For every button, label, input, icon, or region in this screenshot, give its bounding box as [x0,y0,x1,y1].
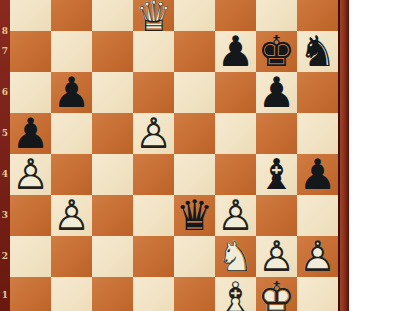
pawn-icon: ♙ [133,113,174,155]
pawn-icon: ♙ [297,236,338,278]
white-pawn-a4[interactable]: ♟♙ [10,154,51,195]
square-e4[interactable] [174,154,215,195]
black-pawn-f7[interactable]: ♟ [215,31,256,72]
square-e6[interactable] [174,72,215,113]
black-bishop-g4[interactable]: ♝ [256,154,297,195]
square-a5[interactable]: ♟ [10,113,51,154]
bishop-icon: ♝ [256,154,297,196]
square-d3[interactable] [133,195,174,236]
pawn-icon: ♙ [51,195,92,237]
pawn-icon: ♟ [133,113,174,155]
square-e3[interactable]: ♛ [174,195,215,236]
king-icon: ♔ [256,277,297,311]
square-h1[interactable] [297,277,338,311]
square-d4[interactable] [133,154,174,195]
pawn-icon: ♟ [297,236,338,278]
pawn-icon: ♙ [10,154,51,196]
square-c6[interactable] [92,72,133,113]
white-pawn-f3[interactable]: ♟♙ [215,195,256,236]
black-pawn-h4[interactable]: ♟ [297,154,338,195]
square-b5[interactable] [51,113,92,154]
pawn-icon: ♟ [10,113,51,155]
pawn-icon: ♙ [256,236,297,278]
knight-icon: ♞ [215,236,256,278]
square-h3[interactable] [297,195,338,236]
square-c8[interactable] [92,0,133,31]
square-e8[interactable] [174,0,215,31]
square-g2[interactable]: ♟♙ [256,236,297,277]
queen-icon: ♛ [174,195,215,237]
rank-label-2: 2 [0,251,10,261]
rank-label-6: 6 [0,87,10,97]
square-f3[interactable]: ♟♙ [215,195,256,236]
black-queen-e3[interactable]: ♛ [174,195,215,236]
black-pawn-g6[interactable]: ♟ [256,72,297,113]
square-h4[interactable]: ♟ [297,154,338,195]
knight-icon: ♘ [215,236,256,278]
square-f4[interactable] [215,154,256,195]
square-d1[interactable] [133,277,174,311]
black-knight-h7[interactable]: ♞ [297,31,338,72]
square-c7[interactable] [92,31,133,72]
pawn-icon: ♟ [10,154,51,196]
king-icon: ♚ [256,277,297,311]
square-h5[interactable] [297,113,338,154]
square-g1[interactable]: ♚♔ [256,277,297,311]
square-c3[interactable] [92,195,133,236]
page: ♛♕♟♚♞♟♟♟♟♙♟♙♝♟♟♙♛♟♙♞♘♟♙♟♙♝♗♚♔ 87654321 [0,0,414,311]
chess-board: ♛♕♟♚♞♟♟♟♟♙♟♙♝♟♟♙♛♟♙♞♘♟♙♟♙♝♗♚♔ 87654321 [0,0,349,311]
rank-label-8: 8 [0,26,10,36]
square-g4[interactable]: ♝ [256,154,297,195]
square-b6[interactable]: ♟ [51,72,92,113]
bishop-icon: ♗ [215,277,256,311]
square-c5[interactable] [92,113,133,154]
square-e7[interactable] [174,31,215,72]
king-icon: ♚ [256,31,297,73]
square-b1[interactable] [51,277,92,311]
square-a2[interactable] [10,236,51,277]
square-f5[interactable] [215,113,256,154]
square-b4[interactable] [51,154,92,195]
square-f7[interactable]: ♟ [215,31,256,72]
square-f8[interactable] [215,0,256,31]
square-a3[interactable] [10,195,51,236]
square-b2[interactable] [51,236,92,277]
white-pawn-g2[interactable]: ♟♙ [256,236,297,277]
square-f6[interactable] [215,72,256,113]
pawn-icon: ♟ [51,72,92,114]
square-d5[interactable]: ♟♙ [133,113,174,154]
white-bishop-f1[interactable]: ♝♗ [215,277,256,311]
white-king-g1[interactable]: ♚♔ [256,277,297,311]
rank-label-4: 4 [0,169,10,179]
square-a6[interactable] [10,72,51,113]
square-h2[interactable]: ♟♙ [297,236,338,277]
square-a1[interactable] [10,277,51,311]
rank-label-1: 1 [0,290,10,300]
square-d6[interactable] [133,72,174,113]
board-squares: ♛♕♟♚♞♟♟♟♟♙♟♙♝♟♟♙♛♟♙♞♘♟♙♟♙♝♗♚♔ [10,0,338,311]
pawn-icon: ♟ [51,195,92,237]
pawn-icon: ♙ [215,195,256,237]
square-e5[interactable] [174,113,215,154]
square-h6[interactable] [297,72,338,113]
square-e1[interactable] [174,277,215,311]
rank-label-rail: 87654321 [0,0,10,311]
board-frame-right-edge [338,0,349,311]
square-b7[interactable] [51,31,92,72]
white-pawn-h2[interactable]: ♟♙ [297,236,338,277]
pawn-icon: ♟ [256,72,297,114]
square-g3[interactable] [256,195,297,236]
square-f2[interactable]: ♞♘ [215,236,256,277]
knight-icon: ♞ [297,31,338,73]
square-e2[interactable] [174,236,215,277]
white-pawn-d5[interactable]: ♟♙ [133,113,174,154]
square-a7[interactable] [10,31,51,72]
square-d2[interactable] [133,236,174,277]
black-pawn-a5[interactable]: ♟ [10,113,51,154]
square-a8[interactable] [10,0,51,31]
rank-label-5: 5 [0,128,10,138]
square-b8[interactable] [51,0,92,31]
square-c4[interactable] [92,154,133,195]
white-queen-d8[interactable]: ♛♕ [133,0,174,31]
square-a4[interactable]: ♟♙ [10,154,51,195]
square-g8[interactable] [256,0,297,31]
pawn-icon: ♟ [215,195,256,237]
square-b3[interactable]: ♟♙ [51,195,92,236]
square-h8[interactable] [297,0,338,31]
black-king-g7[interactable]: ♚ [256,31,297,72]
square-g5[interactable] [256,113,297,154]
square-d8[interactable]: ♛♕ [133,0,174,31]
rank-label-3: 3 [0,210,10,220]
pawn-icon: ♟ [215,31,256,73]
bishop-icon: ♝ [215,277,256,311]
square-d7[interactable] [133,31,174,72]
square-c1[interactable] [92,277,133,311]
square-f1[interactable]: ♝♗ [215,277,256,311]
pawn-icon: ♟ [256,236,297,278]
square-g6[interactable]: ♟ [256,72,297,113]
black-pawn-b6[interactable]: ♟ [51,72,92,113]
square-c2[interactable] [92,236,133,277]
square-g7[interactable]: ♚ [256,31,297,72]
square-h7[interactable]: ♞ [297,31,338,72]
pawn-icon: ♟ [297,154,338,196]
white-knight-f2[interactable]: ♞♘ [215,236,256,277]
white-pawn-b3[interactable]: ♟♙ [51,195,92,236]
rank-label-7: 7 [0,46,10,56]
